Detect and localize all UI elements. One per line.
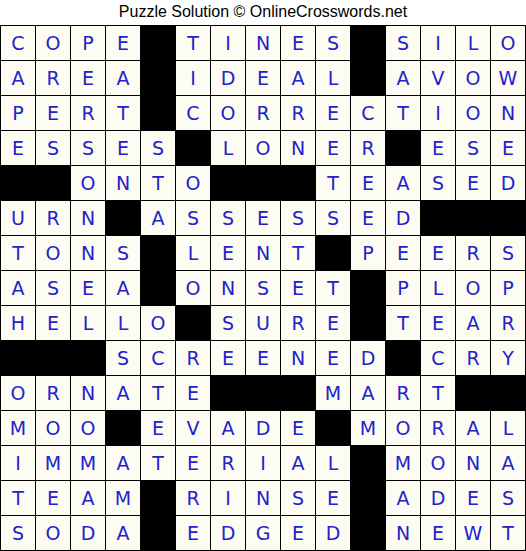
letter-cell: E <box>281 411 315 445</box>
block-cell <box>491 201 525 235</box>
letter-cell: E <box>71 271 105 305</box>
letter-cell: E <box>71 61 105 95</box>
letter-cell: T <box>106 96 140 130</box>
letter-cell: A <box>106 376 140 410</box>
letter-cell: T <box>421 376 455 410</box>
letter-cell: E <box>246 61 280 95</box>
letter-cell: E <box>36 96 70 130</box>
letter-cell: S <box>1 516 35 550</box>
letter-cell: E <box>246 201 280 235</box>
letter-cell: O <box>36 26 70 60</box>
letter-cell: A <box>211 411 245 445</box>
letter-cell: I <box>421 26 455 60</box>
letter-cell: O <box>211 96 245 130</box>
letter-cell: N <box>71 236 105 270</box>
block-cell <box>351 306 385 340</box>
letter-cell: T <box>386 306 420 340</box>
letter-cell: T <box>1 481 35 515</box>
letter-cell: E <box>351 166 385 200</box>
crossword-grid: COPETINESSILOAREAIDEALAVOWPERTCORRECTION… <box>0 25 526 551</box>
letter-cell: I <box>176 61 210 95</box>
letter-cell: S <box>36 131 70 165</box>
letter-cell: T <box>491 516 525 550</box>
block-cell <box>36 166 70 200</box>
block-cell <box>141 61 175 95</box>
letter-cell: T <box>1 236 35 270</box>
letter-cell: N <box>281 131 315 165</box>
block-cell <box>491 376 525 410</box>
block-cell <box>316 411 350 445</box>
letter-cell: M <box>351 411 385 445</box>
letter-cell: R <box>421 411 455 445</box>
letter-cell: H <box>1 306 35 340</box>
letter-cell: R <box>176 481 210 515</box>
letter-cell: T <box>386 96 420 130</box>
letter-cell: T <box>316 166 350 200</box>
letter-cell: T <box>176 26 210 60</box>
letter-cell: E <box>421 236 455 270</box>
letter-cell: S <box>281 201 315 235</box>
letter-cell: E <box>281 26 315 60</box>
letter-cell: L <box>211 131 245 165</box>
letter-cell: A <box>386 166 420 200</box>
letter-cell: W <box>491 61 525 95</box>
letter-cell: E <box>456 166 490 200</box>
letter-cell: E <box>491 131 525 165</box>
block-cell <box>211 376 245 410</box>
letter-cell: O <box>1 376 35 410</box>
letter-cell: O <box>421 446 455 480</box>
letter-cell: N <box>71 376 105 410</box>
letter-cell: S <box>211 306 245 340</box>
letter-cell: E <box>421 131 455 165</box>
letter-cell: N <box>386 516 420 550</box>
block-cell <box>211 166 245 200</box>
letter-cell: R <box>456 341 490 375</box>
letter-cell: C <box>141 341 175 375</box>
letter-cell: A <box>141 201 175 235</box>
block-cell <box>386 341 420 375</box>
letter-cell: R <box>246 96 280 130</box>
letter-cell: E <box>421 306 455 340</box>
letter-cell: L <box>491 411 525 445</box>
letter-cell: I <box>1 446 35 480</box>
letter-cell: M <box>106 481 140 515</box>
letter-cell: O <box>246 131 280 165</box>
letter-cell: N <box>246 481 280 515</box>
block-cell <box>351 481 385 515</box>
letter-cell: C <box>1 26 35 60</box>
letter-cell: O <box>456 61 490 95</box>
letter-cell: R <box>211 446 245 480</box>
letter-cell: T <box>281 236 315 270</box>
letter-cell: R <box>281 306 315 340</box>
letter-cell: M <box>316 376 350 410</box>
letter-cell: A <box>106 61 140 95</box>
letter-cell: A <box>106 516 140 550</box>
letter-cell: R <box>36 201 70 235</box>
block-cell <box>106 201 140 235</box>
letter-cell: R <box>36 376 70 410</box>
letter-cell: O <box>386 411 420 445</box>
letter-cell: L <box>106 306 140 340</box>
letter-cell: E <box>106 131 140 165</box>
letter-cell: L <box>316 61 350 95</box>
letter-cell: L <box>176 236 210 270</box>
letter-cell: E <box>351 201 385 235</box>
letter-cell: L <box>71 306 105 340</box>
block-cell <box>351 271 385 305</box>
letter-cell: A <box>491 446 525 480</box>
block-cell <box>141 236 175 270</box>
letter-cell: E <box>176 446 210 480</box>
letter-cell: I <box>246 446 280 480</box>
block-cell <box>176 306 210 340</box>
letter-cell: S <box>71 131 105 165</box>
letter-cell: E <box>1 131 35 165</box>
letter-cell: L <box>456 26 490 60</box>
letter-cell: E <box>176 376 210 410</box>
letter-cell: M <box>71 446 105 480</box>
letter-cell: O <box>36 516 70 550</box>
block-cell <box>141 26 175 60</box>
letter-cell: N <box>456 446 490 480</box>
letter-cell: T <box>141 166 175 200</box>
letter-cell: R <box>491 306 525 340</box>
block-cell <box>246 376 280 410</box>
letter-cell: E <box>456 481 490 515</box>
letter-cell: S <box>106 236 140 270</box>
letter-cell: P <box>351 236 385 270</box>
letter-cell: Y <box>491 341 525 375</box>
letter-cell: A <box>1 271 35 305</box>
letter-cell: D <box>316 516 350 550</box>
letter-cell: N <box>71 201 105 235</box>
block-cell <box>351 446 385 480</box>
letter-cell: S <box>491 481 525 515</box>
letter-cell: T <box>316 271 350 305</box>
letter-cell: S <box>456 131 490 165</box>
letter-cell: A <box>351 376 385 410</box>
letter-cell: D <box>211 516 245 550</box>
letter-cell: D <box>421 481 455 515</box>
letter-cell: N <box>491 96 525 130</box>
letter-cell: N <box>281 341 315 375</box>
block-cell <box>456 201 490 235</box>
letter-cell: L <box>316 446 350 480</box>
letter-cell: O <box>36 236 70 270</box>
block-cell <box>106 411 140 445</box>
letter-cell: D <box>386 201 420 235</box>
block-cell <box>176 131 210 165</box>
letter-cell: D <box>351 341 385 375</box>
letter-cell: S <box>421 166 455 200</box>
letter-cell: S <box>211 201 245 235</box>
letter-cell: E <box>316 96 350 130</box>
letter-cell: S <box>316 26 350 60</box>
letter-cell: R <box>36 61 70 95</box>
letter-cell: M <box>36 446 70 480</box>
letter-cell: D <box>211 61 245 95</box>
block-cell <box>246 166 280 200</box>
letter-cell: A <box>106 446 140 480</box>
block-cell <box>421 201 455 235</box>
letter-cell: L <box>421 271 455 305</box>
letter-cell: E <box>141 411 175 445</box>
letter-cell: S <box>386 26 420 60</box>
block-cell <box>316 236 350 270</box>
block-cell <box>351 61 385 95</box>
letter-cell: E <box>316 341 350 375</box>
letter-cell: R <box>71 96 105 130</box>
block-cell <box>36 341 70 375</box>
letter-cell: R <box>456 236 490 270</box>
letter-cell: D <box>246 411 280 445</box>
letter-cell: C <box>176 96 210 130</box>
letter-cell: O <box>71 411 105 445</box>
crossword-solution-page: Puzzle Solution © OnlineCrosswords.net C… <box>0 0 526 551</box>
letter-cell: A <box>71 481 105 515</box>
letter-cell: S <box>491 236 525 270</box>
letter-cell: M <box>386 446 420 480</box>
block-cell <box>1 166 35 200</box>
page-title: Puzzle Solution © OnlineCrosswords.net <box>0 0 526 25</box>
letter-cell: A <box>456 306 490 340</box>
letter-cell: P <box>386 271 420 305</box>
letter-cell: O <box>141 306 175 340</box>
block-cell <box>281 376 315 410</box>
letter-cell: U <box>1 201 35 235</box>
letter-cell: V <box>176 411 210 445</box>
letter-cell: E <box>246 341 280 375</box>
block-cell <box>141 96 175 130</box>
letter-cell: V <box>421 61 455 95</box>
letter-cell: M <box>1 411 35 445</box>
letter-cell: G <box>246 516 280 550</box>
letter-cell: I <box>211 481 245 515</box>
letter-cell: S <box>316 201 350 235</box>
block-cell <box>141 271 175 305</box>
block-cell <box>386 131 420 165</box>
letter-cell: W <box>456 516 490 550</box>
letter-cell: O <box>456 96 490 130</box>
block-cell <box>281 166 315 200</box>
letter-cell: R <box>176 341 210 375</box>
letter-cell: O <box>491 26 525 60</box>
letter-cell: P <box>71 26 105 60</box>
letter-cell: C <box>421 341 455 375</box>
letter-cell: E <box>176 516 210 550</box>
letter-cell: E <box>316 306 350 340</box>
letter-cell: E <box>36 306 70 340</box>
letter-cell: S <box>246 271 280 305</box>
letter-cell: A <box>456 411 490 445</box>
letter-cell: O <box>176 166 210 200</box>
letter-cell: C <box>351 96 385 130</box>
block-cell <box>71 341 105 375</box>
letter-cell: N <box>246 236 280 270</box>
letter-cell: S <box>141 131 175 165</box>
block-cell <box>351 26 385 60</box>
letter-cell: E <box>211 341 245 375</box>
letter-cell: A <box>281 446 315 480</box>
letter-cell: E <box>211 236 245 270</box>
letter-cell: S <box>106 341 140 375</box>
letter-cell: S <box>36 271 70 305</box>
letter-cell: I <box>211 26 245 60</box>
letter-cell: E <box>316 131 350 165</box>
letter-cell: A <box>386 61 420 95</box>
letter-cell: I <box>421 96 455 130</box>
block-cell <box>141 516 175 550</box>
letter-cell: D <box>491 166 525 200</box>
letter-cell: O <box>456 271 490 305</box>
letter-cell: O <box>71 166 105 200</box>
letter-cell: R <box>281 96 315 130</box>
letter-cell: S <box>281 481 315 515</box>
block-cell <box>1 341 35 375</box>
letter-cell: A <box>1 61 35 95</box>
block-cell <box>351 516 385 550</box>
letter-cell: N <box>211 271 245 305</box>
letter-cell: E <box>106 26 140 60</box>
letter-cell: U <box>246 306 280 340</box>
letter-cell: P <box>1 96 35 130</box>
letter-cell: A <box>106 271 140 305</box>
letter-cell: O <box>36 411 70 445</box>
letter-cell: E <box>386 236 420 270</box>
letter-cell: N <box>246 26 280 60</box>
letter-cell: T <box>141 446 175 480</box>
letter-cell: E <box>281 516 315 550</box>
letter-cell: E <box>36 481 70 515</box>
letter-cell: R <box>351 131 385 165</box>
letter-cell: R <box>386 376 420 410</box>
letter-cell: E <box>421 516 455 550</box>
letter-cell: A <box>386 481 420 515</box>
letter-cell: A <box>281 61 315 95</box>
letter-cell: P <box>491 271 525 305</box>
letter-cell: T <box>141 376 175 410</box>
letter-cell: D <box>71 516 105 550</box>
letter-cell: N <box>106 166 140 200</box>
letter-cell: E <box>281 271 315 305</box>
letter-cell: S <box>176 201 210 235</box>
block-cell <box>141 481 175 515</box>
block-cell <box>456 376 490 410</box>
letter-cell: E <box>316 481 350 515</box>
letter-cell: O <box>176 271 210 305</box>
